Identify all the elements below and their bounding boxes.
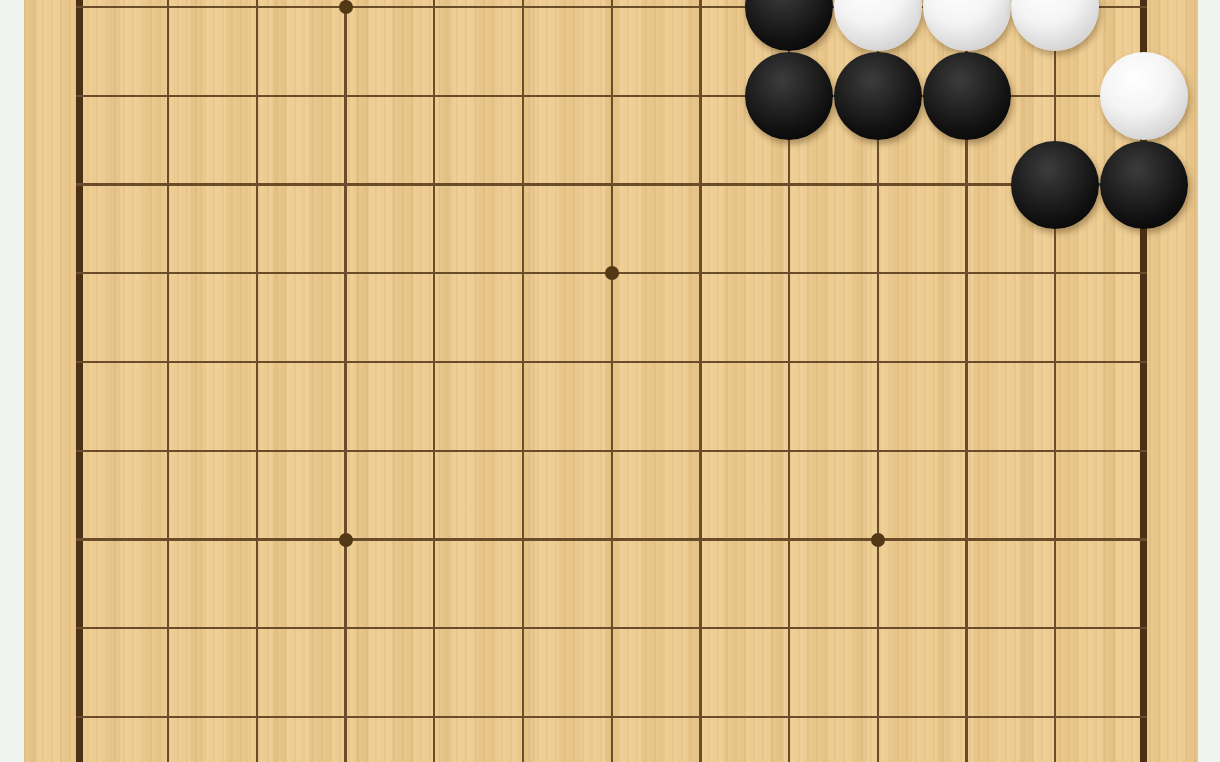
black-stone xyxy=(745,52,833,140)
black-stone xyxy=(923,52,1011,140)
grid-line-vertical xyxy=(1054,0,1056,762)
grid-line-horizontal xyxy=(76,450,1147,452)
grid-line-vertical xyxy=(167,0,169,762)
black-stone xyxy=(834,52,922,140)
grid-line-horizontal xyxy=(76,183,1147,185)
black-stone xyxy=(1100,141,1188,229)
star-point xyxy=(605,266,619,280)
star-point xyxy=(339,533,353,547)
grid-line-vertical xyxy=(699,0,701,762)
grid-line-horizontal xyxy=(76,361,1147,363)
grid-line-vertical xyxy=(522,0,524,762)
grid-line-vertical xyxy=(611,0,613,762)
grid-line-vertical xyxy=(344,0,346,762)
grid-line-vertical xyxy=(256,0,258,762)
black-stone xyxy=(1011,141,1099,229)
grid-line-horizontal xyxy=(76,716,1147,718)
star-point xyxy=(339,0,353,14)
grid-line-horizontal xyxy=(76,627,1147,629)
grid-line-vertical xyxy=(433,0,435,762)
white-stone xyxy=(1100,52,1188,140)
grid-line-horizontal xyxy=(76,538,1147,540)
star-point xyxy=(871,533,885,547)
page-background xyxy=(0,0,1220,762)
grid-line-vertical xyxy=(76,0,83,762)
